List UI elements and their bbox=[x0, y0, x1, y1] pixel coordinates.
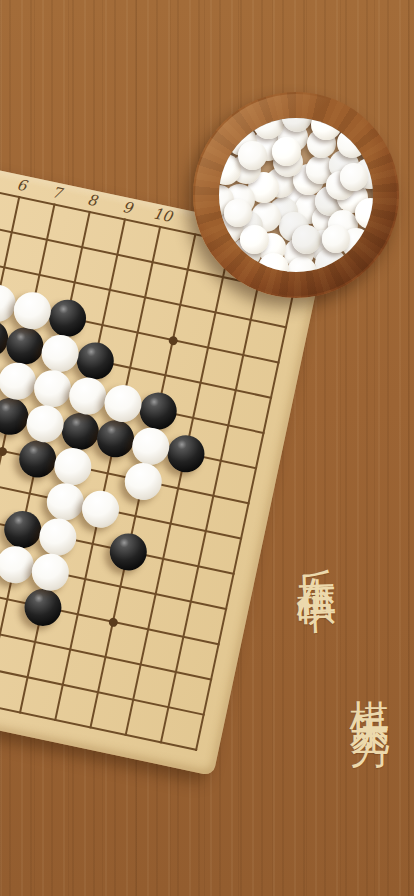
black-stone bbox=[0, 507, 44, 551]
white-stone bbox=[78, 487, 122, 531]
white-stone bbox=[43, 479, 87, 523]
column-label-9: 9 bbox=[121, 198, 134, 218]
bowl-white-stone bbox=[292, 225, 321, 254]
bowl-white-stone bbox=[337, 128, 367, 158]
black-stone bbox=[106, 529, 150, 573]
grid-line-row-13 bbox=[0, 574, 212, 681]
bowl-white-stone bbox=[224, 199, 252, 227]
slogan-le-zai-qi-zhong: 乐在棋中 bbox=[293, 535, 336, 572]
splash-screen: 678910 乐在棋中 棋乐无穷 bbox=[0, 0, 414, 896]
black-stone bbox=[3, 323, 47, 367]
black-stone bbox=[0, 394, 31, 438]
star-point bbox=[167, 335, 178, 346]
black-stone bbox=[136, 389, 180, 433]
bowl-white-stone bbox=[240, 225, 269, 254]
black-stone bbox=[15, 437, 59, 481]
black-stone bbox=[58, 409, 102, 453]
black-stone bbox=[73, 338, 117, 382]
bowl-white-stone bbox=[340, 163, 368, 191]
white-stone bbox=[23, 401, 67, 445]
white-stone bbox=[121, 459, 165, 503]
stone-bowl bbox=[193, 92, 399, 298]
star-point bbox=[108, 616, 119, 627]
black-stone bbox=[93, 416, 137, 460]
column-label-10: 10 bbox=[151, 204, 173, 226]
star-point bbox=[0, 446, 7, 457]
black-stone bbox=[45, 296, 89, 340]
white-stone bbox=[128, 424, 172, 468]
column-label-8: 8 bbox=[86, 190, 99, 210]
white-stone bbox=[30, 366, 74, 410]
white-stone bbox=[38, 331, 82, 375]
bowl-white-stone bbox=[322, 225, 350, 253]
column-label-6: 6 bbox=[15, 175, 28, 195]
bowl-white-stone bbox=[272, 137, 301, 166]
black-stone bbox=[164, 431, 208, 475]
bowl-white-stone bbox=[238, 141, 267, 170]
white-stone bbox=[51, 444, 95, 488]
white-stone bbox=[0, 359, 39, 403]
slogan-qi-le-wu-qiong: 棋乐无穷 bbox=[349, 668, 391, 704]
white-stone bbox=[65, 374, 109, 418]
stone-bowl-interior bbox=[219, 118, 373, 272]
white-stone bbox=[36, 514, 80, 558]
white-stone bbox=[101, 381, 145, 425]
white-stone bbox=[10, 288, 54, 332]
column-label-7: 7 bbox=[50, 183, 63, 203]
white-stone bbox=[0, 542, 37, 586]
black-stone bbox=[21, 585, 65, 629]
white-stone bbox=[28, 550, 72, 594]
